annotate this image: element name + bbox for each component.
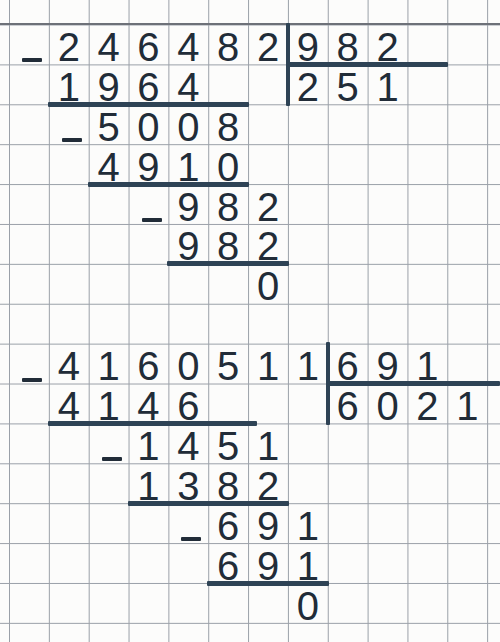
digit-cell: 6 [328,344,368,384]
digit-cell: 1 [129,463,169,503]
digit-cell: 6 [328,384,368,424]
subtraction-bar [287,62,448,67]
digit-cell: 1 [89,344,129,384]
digit-cell: 1 [49,64,89,104]
digit-cell: 5 [89,104,129,144]
digit-cell: 2 [248,184,288,224]
digit-cell: 1 [368,64,408,104]
digit-cell: 2 [248,224,288,264]
digit-cell: 8 [208,104,248,144]
digit-cell: 0 [208,144,248,184]
digit-cell: 5 [208,424,248,464]
digit-cell: 4 [89,144,129,184]
squared-paper-board: 2464829821964251500849109829820416051169… [0,0,500,642]
subtraction-bar [128,501,289,506]
digit-cell: 6 [208,543,248,583]
digit-cell: 1 [288,503,328,543]
digit-cell: 4 [168,25,208,65]
digit-cell: 8 [208,463,248,503]
digit-cell: 0 [248,264,288,304]
digit-cell: 6 [129,64,169,104]
digit-cell: 9 [129,144,169,184]
digit-cell: 8 [208,184,248,224]
digit-cell: 1 [89,384,129,424]
subtraction-bar [48,102,249,107]
digit-cell: 8 [328,25,368,65]
digit-cell: 2 [248,25,288,65]
divisor-bracket-bar [286,23,290,107]
digit-cell: 2 [368,25,408,65]
digit-cell: 4 [49,344,89,384]
subtraction-bar [327,381,500,386]
digit-cell: 1 [248,344,288,384]
digit-cell: 2 [288,64,328,104]
digit-cell: 1 [288,344,328,384]
digit-cell: 9 [368,344,408,384]
digit-cell: 9 [89,64,129,104]
minus-sign [142,218,162,222]
minus-sign [181,537,201,541]
digit-cell: 5 [208,344,248,384]
minus-sign [22,58,42,62]
digit-cell: 4 [129,384,169,424]
digit-cell: 9 [288,25,328,65]
digit-cell: 4 [49,384,89,424]
digit-cell: 1 [129,424,169,464]
digit-cell: 9 [168,184,208,224]
digit-cell: 6 [129,25,169,65]
digit-cell: 0 [129,104,169,144]
digit-cell: 4 [168,64,208,104]
digit-cell: 1 [447,384,487,424]
digit-cell: 0 [168,344,208,384]
digit-cell: 3 [168,463,208,503]
digit-cell: 1 [288,543,328,583]
digit-cell: 8 [208,25,248,65]
divisor-bracket-bar [326,342,330,426]
minus-sign [102,457,122,461]
digit-cell: 2 [49,25,89,65]
subtraction-bar [48,421,257,426]
digit-cell: 1 [248,424,288,464]
subtraction-bar [167,261,289,266]
minus-sign [22,378,42,382]
minus-sign [62,138,82,142]
digit-cell: 8 [208,224,248,264]
digit-cell: 9 [168,224,208,264]
digit-cell: 5 [328,64,368,104]
subtraction-bar [88,182,249,187]
digit-cell: 2 [408,384,448,424]
subtraction-bar [207,581,329,586]
digit-cell: 0 [168,104,208,144]
digit-cell: 2 [248,463,288,503]
digit-cell: 4 [89,25,129,65]
digit-cell: 0 [288,583,328,623]
digit-cell: 9 [248,503,288,543]
digit-cell: 6 [168,384,208,424]
digit-cell: 0 [368,384,408,424]
digit-cell: 1 [168,144,208,184]
digit-cell: 6 [208,503,248,543]
digit-cell: 6 [129,344,169,384]
digit-cell: 4 [168,424,208,464]
digit-cell: 9 [248,543,288,583]
digit-cell: 1 [408,344,448,384]
